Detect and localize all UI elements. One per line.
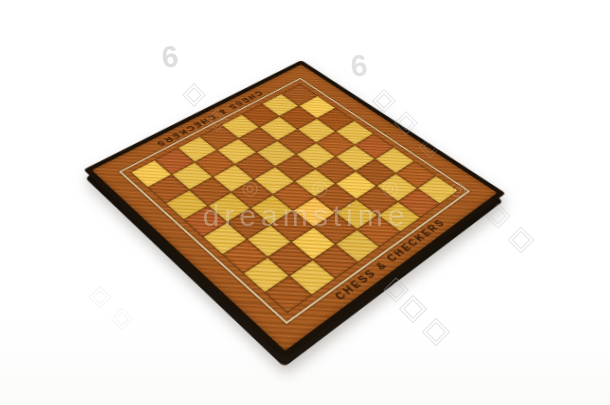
board-field bbox=[130, 84, 459, 314]
photo-canvas: CHESS & CHECKERS CHESS & CHECKERS 66 dre… bbox=[0, 0, 610, 405]
chessboard: CHESS & CHECKERS CHESS & CHECKERS bbox=[0, 0, 610, 405]
board-top: CHESS & CHECKERS CHESS & CHECKERS bbox=[83, 60, 505, 359]
